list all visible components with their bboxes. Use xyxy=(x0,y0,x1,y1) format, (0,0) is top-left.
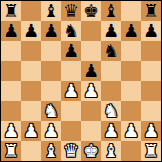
square-d7[interactable]: ♞ xyxy=(61,21,81,41)
piece-black-pawn[interactable]: ♟ xyxy=(63,41,79,61)
piece-white-pawn[interactable]: ♟ xyxy=(103,121,119,141)
square-g7[interactable]: ♟ xyxy=(121,21,141,41)
square-d4[interactable]: ♟ xyxy=(61,81,81,101)
piece-black-knight[interactable]: ♞ xyxy=(103,41,119,61)
piece-white-bishop[interactable]: ♝ xyxy=(103,141,119,161)
square-e7[interactable] xyxy=(81,21,101,41)
piece-white-bishop[interactable]: ♝ xyxy=(43,141,59,161)
square-g5[interactable] xyxy=(121,61,141,81)
square-b4[interactable] xyxy=(21,81,41,101)
square-d5[interactable] xyxy=(61,61,81,81)
square-d1[interactable]: ♛ xyxy=(61,141,81,161)
square-d2[interactable] xyxy=(61,121,81,141)
piece-white-pawn[interactable]: ♟ xyxy=(43,121,59,141)
square-c7[interactable]: ♟ xyxy=(41,21,61,41)
square-b3[interactable] xyxy=(21,101,41,121)
square-h4[interactable] xyxy=(141,81,161,101)
square-h7[interactable]: ♟ xyxy=(141,21,161,41)
square-a6[interactable] xyxy=(1,41,21,61)
piece-white-queen[interactable]: ♛ xyxy=(63,141,79,161)
square-g6[interactable] xyxy=(121,41,141,61)
piece-black-queen[interactable]: ♛ xyxy=(63,1,79,21)
square-b6[interactable] xyxy=(21,41,41,61)
square-a4[interactable] xyxy=(1,81,21,101)
piece-black-rook[interactable]: ♜ xyxy=(3,1,19,21)
square-d6[interactable]: ♟ xyxy=(61,41,81,61)
square-a3[interactable] xyxy=(1,101,21,121)
piece-white-knight[interactable]: ♞ xyxy=(103,101,119,121)
square-c3[interactable]: ♞ xyxy=(41,101,61,121)
piece-black-knight[interactable]: ♞ xyxy=(63,21,79,41)
square-g3[interactable] xyxy=(121,101,141,121)
square-f6[interactable]: ♞ xyxy=(101,41,121,61)
square-h2[interactable]: ♟ xyxy=(141,121,161,141)
square-e4[interactable]: ♟ xyxy=(81,81,101,101)
piece-white-pawn[interactable]: ♟ xyxy=(63,81,79,101)
piece-black-pawn[interactable]: ♟ xyxy=(123,21,139,41)
square-a2[interactable]: ♟ xyxy=(1,121,21,141)
square-h8[interactable]: ♜ xyxy=(141,1,161,21)
square-c8[interactable]: ♝ xyxy=(41,1,61,21)
square-h3[interactable] xyxy=(141,101,161,121)
piece-black-bishop[interactable]: ♝ xyxy=(43,1,59,21)
piece-white-pawn[interactable]: ♟ xyxy=(23,121,39,141)
square-h1[interactable]: ♜ xyxy=(141,141,161,161)
square-c1[interactable]: ♝ xyxy=(41,141,61,161)
square-f2[interactable]: ♟ xyxy=(101,121,121,141)
square-c4[interactable] xyxy=(41,81,61,101)
square-a7[interactable]: ♟ xyxy=(1,21,21,41)
piece-white-knight[interactable]: ♞ xyxy=(43,101,59,121)
square-b5[interactable] xyxy=(21,61,41,81)
square-b7[interactable]: ♟ xyxy=(21,21,41,41)
square-b8[interactable] xyxy=(21,1,41,21)
piece-white-king[interactable]: ♚ xyxy=(83,141,99,161)
piece-black-pawn[interactable]: ♟ xyxy=(143,21,159,41)
square-f3[interactable]: ♞ xyxy=(101,101,121,121)
square-g2[interactable]: ♟ xyxy=(121,121,141,141)
piece-black-pawn[interactable]: ♟ xyxy=(3,21,19,41)
square-a8[interactable]: ♜ xyxy=(1,1,21,21)
piece-black-bishop[interactable]: ♝ xyxy=(103,1,119,21)
square-f8[interactable]: ♝ xyxy=(101,1,121,21)
square-a5[interactable] xyxy=(1,61,21,81)
piece-black-pawn[interactable]: ♟ xyxy=(103,21,119,41)
piece-black-rook[interactable]: ♜ xyxy=(143,1,159,21)
square-e8[interactable]: ♚ xyxy=(81,1,101,21)
square-f7[interactable]: ♟ xyxy=(101,21,121,41)
square-a1[interactable]: ♜ xyxy=(1,141,21,161)
square-g1[interactable] xyxy=(121,141,141,161)
piece-black-pawn[interactable]: ♟ xyxy=(43,21,59,41)
square-d8[interactable]: ♛ xyxy=(61,1,81,21)
square-b1[interactable] xyxy=(21,141,41,161)
square-d3[interactable] xyxy=(61,101,81,121)
piece-white-pawn[interactable]: ♟ xyxy=(3,121,19,141)
square-c6[interactable] xyxy=(41,41,61,61)
piece-black-king[interactable]: ♚ xyxy=(83,1,99,21)
piece-white-rook[interactable]: ♜ xyxy=(3,141,19,161)
square-e6[interactable] xyxy=(81,41,101,61)
chess-board: ♜♝♛♚♝♜♟♟♟♞♟♟♟♟♞♟♟♟♞♞♟♟♟♟♟♟♜♝♛♚♝♜ xyxy=(0,0,162,162)
square-e5[interactable]: ♟ xyxy=(81,61,101,81)
square-f4[interactable] xyxy=(101,81,121,101)
square-c5[interactable] xyxy=(41,61,61,81)
square-g4[interactable] xyxy=(121,81,141,101)
square-e2[interactable] xyxy=(81,121,101,141)
piece-white-pawn[interactable]: ♟ xyxy=(143,121,159,141)
piece-black-pawn[interactable]: ♟ xyxy=(23,21,39,41)
piece-black-pawn[interactable]: ♟ xyxy=(83,61,99,81)
square-e3[interactable] xyxy=(81,101,101,121)
square-h6[interactable] xyxy=(141,41,161,61)
square-g8[interactable] xyxy=(121,1,141,21)
square-f5[interactable] xyxy=(101,61,121,81)
square-b2[interactable]: ♟ xyxy=(21,121,41,141)
square-c2[interactable]: ♟ xyxy=(41,121,61,141)
piece-white-pawn[interactable]: ♟ xyxy=(83,81,99,101)
piece-white-rook[interactable]: ♜ xyxy=(143,141,159,161)
square-f1[interactable]: ♝ xyxy=(101,141,121,161)
piece-white-pawn[interactable]: ♟ xyxy=(123,121,139,141)
square-e1[interactable]: ♚ xyxy=(81,141,101,161)
square-h5[interactable] xyxy=(141,61,161,81)
